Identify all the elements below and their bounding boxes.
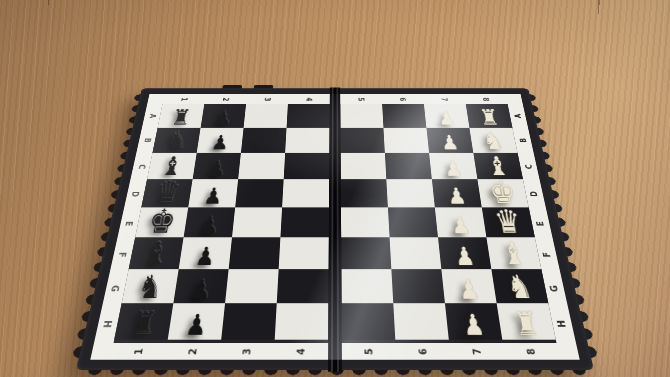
square-E2[interactable]: ♟ xyxy=(184,207,236,237)
square-G8[interactable]: ♞ xyxy=(491,269,548,303)
square-E1[interactable]: ♚ xyxy=(135,207,188,237)
square-G4[interactable] xyxy=(277,269,329,303)
square-D2[interactable]: ♟ xyxy=(188,179,238,207)
square-E4[interactable] xyxy=(280,207,329,237)
coordinate-label-B: B xyxy=(518,138,528,143)
square-H1[interactable]: ♜ xyxy=(114,303,173,339)
coordinate-label-H: H xyxy=(102,320,114,327)
piece-white-rook[interactable]: ♜ xyxy=(497,307,555,339)
coordinate-label-8: 8 xyxy=(525,348,537,354)
square-E8[interactable]: ♛ xyxy=(482,207,535,237)
coordinate-label-2: 2 xyxy=(221,97,230,101)
coordinate-label-D: D xyxy=(130,191,140,197)
square-G1[interactable]: ♞ xyxy=(122,269,179,303)
piece-white-pawn[interactable]: ♟ xyxy=(424,109,469,128)
piece-black-pawn[interactable]: ♟ xyxy=(201,109,246,128)
coordinate-label-5: 5 xyxy=(363,348,374,354)
square-D6[interactable] xyxy=(386,179,435,207)
coordinate-label-C: C xyxy=(136,164,146,169)
square-G2[interactable]: ♟ xyxy=(173,269,228,303)
coordinate-label-C: C xyxy=(524,164,534,169)
coordinate-label-A: A xyxy=(513,114,522,118)
coordinate-label-5: 5 xyxy=(357,97,365,101)
square-G3[interactable] xyxy=(225,269,279,303)
piece-white-knight[interactable]: ♞ xyxy=(492,271,549,303)
square-D7[interactable]: ♟ xyxy=(432,179,482,207)
square-H2[interactable]: ♟ xyxy=(168,303,225,339)
square-D4[interactable] xyxy=(282,179,329,207)
square-A2[interactable]: ♟ xyxy=(201,104,246,128)
coordinate-label-7: 7 xyxy=(471,348,483,354)
coordinate-label-G: G xyxy=(110,285,122,292)
square-A5[interactable] xyxy=(340,104,383,128)
coordinate-label-2: 2 xyxy=(187,348,199,354)
chess-board: 12345678 ABCDEFGH ♜♟♟♜♞♟♟♞♝♟♟♝♛♟♟♚♚♟♟♛♝♟… xyxy=(76,88,594,370)
square-G6[interactable] xyxy=(391,269,445,303)
square-F4[interactable] xyxy=(279,237,329,269)
square-B3[interactable] xyxy=(241,128,287,153)
coordinate-label-H: H xyxy=(556,320,568,327)
square-H4[interactable] xyxy=(275,303,329,339)
square-C2[interactable]: ♟ xyxy=(193,153,241,180)
coordinate-label-3: 3 xyxy=(241,348,252,354)
square-B7[interactable]: ♟ xyxy=(426,128,473,153)
square-B6[interactable] xyxy=(383,128,429,153)
square-E3[interactable] xyxy=(232,207,282,237)
square-A6[interactable] xyxy=(382,104,426,128)
square-D3[interactable] xyxy=(235,179,284,207)
square-B8[interactable]: ♞ xyxy=(469,128,517,153)
coordinate-label-A: A xyxy=(148,114,157,118)
piece-white-pawn[interactable]: ♟ xyxy=(427,133,473,153)
coordinate-label-D: D xyxy=(529,191,539,197)
square-A3[interactable] xyxy=(244,104,288,128)
coordinate-label-F: F xyxy=(542,252,553,257)
square-B5[interactable] xyxy=(340,128,384,153)
coordinate-label-E: E xyxy=(124,221,135,226)
piece-white-pawn[interactable]: ♟ xyxy=(430,158,478,179)
coordinate-label-4: 4 xyxy=(296,348,307,354)
square-H7[interactable]: ♟ xyxy=(445,303,502,339)
board-frame: 12345678 ABCDEFGH ♜♟♟♜♞♟♟♞♝♟♟♝♛♟♟♚♚♟♟♛♝♟… xyxy=(76,88,594,370)
square-B4[interactable] xyxy=(285,128,329,153)
coordinate-label-F: F xyxy=(117,252,128,257)
square-F1[interactable]: ♝ xyxy=(129,237,184,269)
square-C7[interactable]: ♟ xyxy=(429,153,477,180)
square-H3[interactable] xyxy=(221,303,277,339)
square-B1[interactable]: ♞ xyxy=(152,128,200,153)
piece-black-pawn[interactable]: ♟ xyxy=(179,244,232,269)
coordinate-label-4: 4 xyxy=(305,97,313,101)
square-F6[interactable] xyxy=(390,237,442,269)
square-A4[interactable] xyxy=(287,104,330,128)
square-A7[interactable]: ♟ xyxy=(424,104,469,128)
piece-white-pawn[interactable]: ♟ xyxy=(436,214,487,238)
square-B2[interactable]: ♟ xyxy=(197,128,244,153)
square-F2[interactable]: ♟ xyxy=(179,237,232,269)
coordinate-label-7: 7 xyxy=(440,97,449,101)
square-A8[interactable]: ♜ xyxy=(466,104,513,128)
coordinate-label-6: 6 xyxy=(417,348,428,354)
piece-white-rook[interactable]: ♜ xyxy=(466,107,512,128)
coordinate-label-3: 3 xyxy=(263,97,272,101)
square-C3[interactable] xyxy=(238,153,285,180)
square-C6[interactable] xyxy=(385,153,432,180)
piece-black-pawn[interactable]: ♟ xyxy=(188,185,237,207)
square-E6[interactable] xyxy=(388,207,438,237)
piece-black-pawn[interactable]: ♟ xyxy=(197,133,243,153)
coordinate-label-6: 6 xyxy=(398,97,407,101)
square-E5[interactable] xyxy=(341,207,390,237)
piece-black-pawn[interactable]: ♟ xyxy=(184,214,235,238)
piece-black-knight[interactable]: ♞ xyxy=(152,129,200,153)
square-F3[interactable] xyxy=(229,237,281,269)
square-D5[interactable] xyxy=(341,179,388,207)
coordinate-label-E: E xyxy=(535,221,546,226)
square-F8[interactable]: ♝ xyxy=(486,237,541,269)
square-F5[interactable] xyxy=(341,237,391,269)
squares-grid: ♜♟♟♜♞♟♟♞♝♟♟♝♛♟♟♚♚♟♟♛♝♟♟♝♞♟♟♞♜♟♟♜ xyxy=(114,104,557,343)
square-H8[interactable]: ♜ xyxy=(497,303,556,339)
piece-white-queen[interactable]: ♛ xyxy=(481,205,534,237)
square-F7[interactable]: ♟ xyxy=(438,237,491,269)
piece-white-pawn[interactable]: ♟ xyxy=(442,276,497,303)
piece-black-pawn[interactable]: ♟ xyxy=(173,276,228,303)
square-H5[interactable] xyxy=(342,303,396,339)
piece-black-rook[interactable]: ♜ xyxy=(158,107,204,128)
coordinate-label-1: 1 xyxy=(180,97,189,101)
coordinate-label-B: B xyxy=(142,138,152,143)
coordinate-label-1: 1 xyxy=(133,348,145,354)
square-H6[interactable] xyxy=(393,303,449,339)
square-C4[interactable] xyxy=(284,153,330,180)
piece-white-knight[interactable]: ♞ xyxy=(470,129,518,153)
piece-white-bishop[interactable]: ♝ xyxy=(487,238,542,269)
coordinate-label-8: 8 xyxy=(481,97,490,101)
square-E7[interactable]: ♟ xyxy=(435,207,487,237)
piece-black-rook[interactable]: ♜ xyxy=(114,307,172,339)
square-C5[interactable] xyxy=(341,153,387,180)
square-G5[interactable] xyxy=(341,269,393,303)
piece-black-pawn[interactable]: ♟ xyxy=(168,311,225,340)
coordinate-label-G: G xyxy=(549,285,561,292)
piece-black-king[interactable]: ♚ xyxy=(135,204,189,237)
wood-floor: 12345678 ABCDEFGH ♜♟♟♜♞♟♟♞♝♟♟♝♛♟♟♚♚♟♟♛♝♟… xyxy=(0,0,670,377)
piece-black-bishop[interactable]: ♝ xyxy=(129,238,184,269)
piece-white-pawn[interactable]: ♟ xyxy=(446,311,503,340)
piece-white-pawn[interactable]: ♟ xyxy=(439,244,492,269)
piece-black-pawn[interactable]: ♟ xyxy=(193,158,241,179)
square-G7[interactable]: ♟ xyxy=(441,269,496,303)
piece-black-knight[interactable]: ♞ xyxy=(122,271,179,303)
square-A1[interactable]: ♜ xyxy=(158,104,205,128)
hinge-seam xyxy=(328,87,342,371)
piece-white-pawn[interactable]: ♟ xyxy=(433,185,482,207)
